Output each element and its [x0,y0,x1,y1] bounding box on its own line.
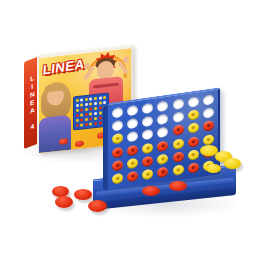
loose-yellow-disc [224,158,241,169]
board-disc-red: ● [155,165,170,180]
connect-four-board: ●●●●●●●●●●●●●●●●●●●●●●●●●● [108,87,220,190]
loose-red-disc [74,189,92,200]
box-art-red-disc [75,140,84,147]
loose-yellow-disc [206,164,221,173]
board-disc-red: ● [186,161,201,176]
tray-red-disc [142,186,160,196]
tray-red-disc [169,181,187,191]
board-grid: ●●●●●●●●●●●●●●●●●●●●●●●●●● [110,92,216,187]
boy-hand [123,57,129,64]
board-disc-yellow: ● [110,171,125,186]
product-photo: LINEA 4 LINEA 4 [0,0,254,273]
board-disc-yellow: ● [140,167,155,182]
box-title: LINEA [42,56,85,78]
loose-red-disc [88,200,107,212]
board-disc-yellow: ● [171,163,186,178]
loose-red-disc [55,196,73,208]
girl-shirt [39,115,71,153]
board-disc-red: ● [125,169,140,184]
